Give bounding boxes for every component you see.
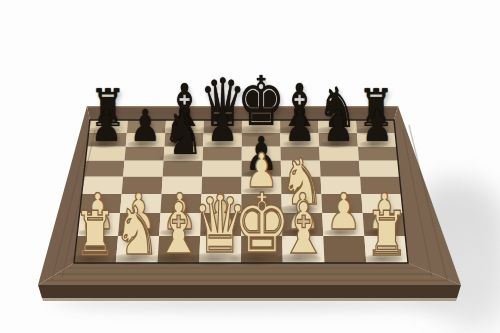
piece-black-pawn-f7[interactable]: ♟ xyxy=(284,104,315,148)
piece-black-knight-c6[interactable]: ♞ xyxy=(163,104,204,163)
piece-black-pawn-d7[interactable]: ♟ xyxy=(207,104,238,148)
piece-black-pawn-b7[interactable]: ♟ xyxy=(130,104,161,148)
piece-black-pawn-h7[interactable]: ♟ xyxy=(362,104,393,148)
piece-white-rook-a1[interactable]: ♜ xyxy=(74,203,117,265)
piece-black-pawn-g7[interactable]: ♟ xyxy=(323,104,354,148)
piece-white-bishop-f1[interactable]: ♝ xyxy=(279,194,328,264)
chess-product-photo: ♜♝♛♚♝♞♜♟♟♟♟♟♟♟♞♟♟♞♟♟♟♟♟♟♟♜♞♝♛♚♝♜ xyxy=(0,0,500,333)
piece-white-rook-h1[interactable]: ♜ xyxy=(365,203,408,265)
piece-white-pawn-g2[interactable]: ♟ xyxy=(326,187,361,237)
piece-black-pawn-a7[interactable]: ♟ xyxy=(91,104,122,148)
chess-pieces: ♜♝♛♚♝♞♜♟♟♟♟♟♟♟♞♟♟♞♟♟♟♟♟♟♟♜♞♝♛♚♝♜ xyxy=(0,0,500,333)
